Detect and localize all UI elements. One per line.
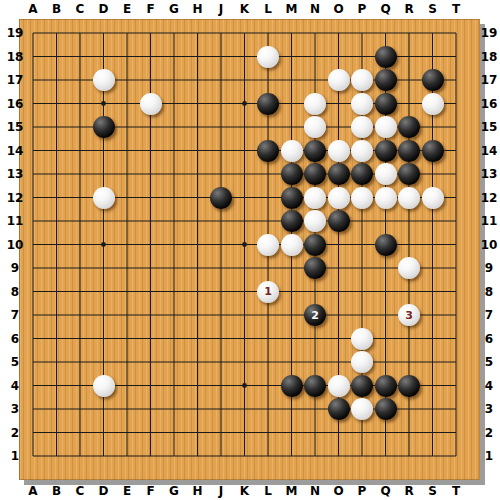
row-label-left-6: 6: [11, 333, 19, 345]
stone-black-N10[interactable]: [304, 234, 326, 256]
stone-black-N7[interactable]: 2: [304, 304, 326, 326]
row-label-left-16: 16: [7, 98, 24, 110]
column-label-bottom-Q: Q: [380, 485, 390, 497]
stone-white-R7[interactable]: 3: [398, 304, 420, 326]
stone-white-N11[interactable]: [304, 210, 326, 232]
stone-white-P5[interactable]: [351, 351, 373, 373]
row-label-left-4: 4: [11, 380, 19, 392]
stone-black-L14[interactable]: [257, 140, 279, 162]
move-number-1: 1: [264, 286, 272, 297]
column-label-top-S: S: [428, 3, 437, 15]
stone-white-F16[interactable]: [140, 93, 162, 115]
column-label-bottom-R: R: [404, 485, 413, 497]
column-label-bottom-A: A: [28, 485, 37, 497]
stone-black-Q17[interactable]: [375, 69, 397, 91]
column-label-top-Q: Q: [380, 3, 390, 15]
stone-black-N4[interactable]: [304, 375, 326, 397]
column-label-bottom-T: T: [452, 485, 460, 497]
row-label-right-9: 9: [485, 262, 493, 274]
stone-black-M12[interactable]: [281, 187, 303, 209]
column-label-top-J: J: [219, 3, 223, 15]
column-label-bottom-B: B: [52, 485, 61, 497]
column-label-top-M: M: [286, 3, 298, 15]
stone-white-M14[interactable]: [281, 140, 303, 162]
row-label-right-5: 5: [485, 356, 493, 368]
column-label-top-H: H: [192, 3, 202, 15]
move-number-2: 2: [311, 310, 319, 321]
row-label-right-15: 15: [481, 121, 498, 133]
stone-white-S16[interactable]: [422, 93, 444, 115]
stone-black-O11[interactable]: [328, 210, 350, 232]
stone-black-R15[interactable]: [398, 116, 420, 138]
stone-black-J12[interactable]: [210, 187, 232, 209]
row-label-right-10: 10: [481, 239, 498, 251]
go-app-window: AABBCCDDEEFFGGHHJJKKLLMMNNOOPPQQRRSSTT19…: [0, 0, 500, 500]
row-label-left-18: 18: [7, 51, 24, 63]
row-label-left-5: 5: [11, 356, 19, 368]
row-label-left-3: 3: [11, 403, 19, 415]
column-label-bottom-L: L: [264, 485, 272, 497]
row-label-right-4: 4: [485, 380, 493, 392]
stone-black-D15[interactable]: [93, 116, 115, 138]
stone-white-S12[interactable]: [422, 187, 444, 209]
stone-white-P3[interactable]: [351, 398, 373, 420]
row-label-right-1: 1: [485, 450, 493, 462]
stone-black-P13[interactable]: [351, 163, 373, 185]
column-label-bottom-N: N: [310, 485, 320, 497]
column-label-top-O: O: [333, 3, 343, 15]
stone-white-P15[interactable]: [351, 116, 373, 138]
stone-white-D17[interactable]: [93, 69, 115, 91]
column-label-bottom-K: K: [240, 485, 249, 497]
column-label-bottom-O: O: [333, 485, 343, 497]
column-label-bottom-F: F: [146, 485, 154, 497]
stone-white-O17[interactable]: [328, 69, 350, 91]
column-label-top-B: B: [52, 3, 61, 15]
row-label-left-19: 19: [7, 27, 24, 39]
row-label-right-3: 3: [485, 403, 493, 415]
column-label-bottom-E: E: [123, 485, 131, 497]
stone-black-Q3[interactable]: [375, 398, 397, 420]
stone-black-N9[interactable]: [304, 257, 326, 279]
go-board[interactable]: [19, 19, 480, 480]
stone-white-D12[interactable]: [93, 187, 115, 209]
column-label-top-A: A: [28, 3, 37, 15]
row-label-right-12: 12: [481, 192, 498, 204]
column-label-bottom-H: H: [192, 485, 202, 497]
stone-black-M13[interactable]: [281, 163, 303, 185]
stone-white-P6[interactable]: [351, 328, 373, 350]
stone-white-L8[interactable]: 1: [257, 281, 279, 303]
row-label-left-8: 8: [11, 286, 19, 298]
column-label-top-T: T: [452, 3, 460, 15]
stone-black-P4[interactable]: [351, 375, 373, 397]
row-label-left-7: 7: [11, 309, 19, 321]
stone-black-Q18[interactable]: [375, 46, 397, 68]
stone-white-P12[interactable]: [351, 187, 373, 209]
column-label-top-P: P: [358, 3, 367, 15]
column-label-top-R: R: [404, 3, 413, 15]
stone-black-Q14[interactable]: [375, 140, 397, 162]
stone-black-M4[interactable]: [281, 375, 303, 397]
stone-black-S17[interactable]: [422, 69, 444, 91]
column-label-bottom-P: P: [358, 485, 367, 497]
stone-white-O12[interactable]: [328, 187, 350, 209]
stone-white-P14[interactable]: [351, 140, 373, 162]
stone-black-R4[interactable]: [398, 375, 420, 397]
stone-black-O13[interactable]: [328, 163, 350, 185]
row-label-right-17: 17: [481, 74, 498, 86]
stone-black-R13[interactable]: [398, 163, 420, 185]
column-label-top-C: C: [76, 3, 85, 15]
column-label-bottom-C: C: [76, 485, 85, 497]
stone-white-M10[interactable]: [281, 234, 303, 256]
stone-white-L10[interactable]: [257, 234, 279, 256]
column-label-bottom-G: G: [169, 485, 179, 497]
row-label-right-13: 13: [481, 168, 498, 180]
column-label-bottom-S: S: [428, 485, 437, 497]
stone-white-Q13[interactable]: [375, 163, 397, 185]
stone-white-P16[interactable]: [351, 93, 373, 115]
row-label-right-19: 19: [481, 27, 498, 39]
stone-white-R12[interactable]: [398, 187, 420, 209]
column-label-top-K: K: [240, 3, 249, 15]
column-label-top-D: D: [99, 3, 109, 15]
stone-white-Q15[interactable]: [375, 116, 397, 138]
column-label-bottom-J: J: [219, 485, 223, 497]
stone-white-R9[interactable]: [398, 257, 420, 279]
stone-black-O3[interactable]: [328, 398, 350, 420]
row-label-left-1: 1: [11, 450, 19, 462]
stone-white-Q12[interactable]: [375, 187, 397, 209]
stone-white-N16[interactable]: [304, 93, 326, 115]
row-label-right-7: 7: [485, 309, 493, 321]
stone-white-D4[interactable]: [93, 375, 115, 397]
stone-white-O14[interactable]: [328, 140, 350, 162]
stone-black-S14[interactable]: [422, 140, 444, 162]
stone-black-M11[interactable]: [281, 210, 303, 232]
column-label-top-G: G: [169, 3, 179, 15]
row-label-left-17: 17: [7, 74, 24, 86]
row-label-left-11: 11: [7, 215, 24, 227]
stone-black-N14[interactable]: [304, 140, 326, 162]
row-label-right-6: 6: [485, 333, 493, 345]
row-label-left-10: 10: [7, 239, 24, 251]
row-label-left-12: 12: [7, 192, 24, 204]
stone-black-Q4[interactable]: [375, 375, 397, 397]
row-label-left-2: 2: [11, 427, 19, 439]
stone-white-O4[interactable]: [328, 375, 350, 397]
row-label-left-13: 13: [7, 168, 24, 180]
row-label-right-11: 11: [481, 215, 498, 227]
column-label-top-N: N: [310, 3, 320, 15]
column-label-top-F: F: [146, 3, 154, 15]
stone-white-L18[interactable]: [257, 46, 279, 68]
stone-black-L16[interactable]: [257, 93, 279, 115]
stone-black-R14[interactable]: [398, 140, 420, 162]
column-label-top-L: L: [264, 3, 272, 15]
row-label-left-9: 9: [11, 262, 19, 274]
move-number-3: 3: [405, 310, 413, 321]
row-label-right-16: 16: [481, 98, 498, 110]
column-label-bottom-D: D: [99, 485, 109, 497]
row-label-right-18: 18: [481, 51, 498, 63]
row-label-right-14: 14: [481, 145, 498, 157]
stone-white-N12[interactable]: [304, 187, 326, 209]
stone-white-P17[interactable]: [351, 69, 373, 91]
row-label-left-15: 15: [7, 121, 24, 133]
stone-black-N13[interactable]: [304, 163, 326, 185]
row-label-right-8: 8: [485, 286, 493, 298]
column-label-top-E: E: [123, 3, 131, 15]
row-label-right-2: 2: [485, 427, 493, 439]
stone-black-Q16[interactable]: [375, 93, 397, 115]
stone-white-N15[interactable]: [304, 116, 326, 138]
row-label-left-14: 14: [7, 145, 24, 157]
column-label-bottom-M: M: [286, 485, 298, 497]
stone-black-Q10[interactable]: [375, 234, 397, 256]
